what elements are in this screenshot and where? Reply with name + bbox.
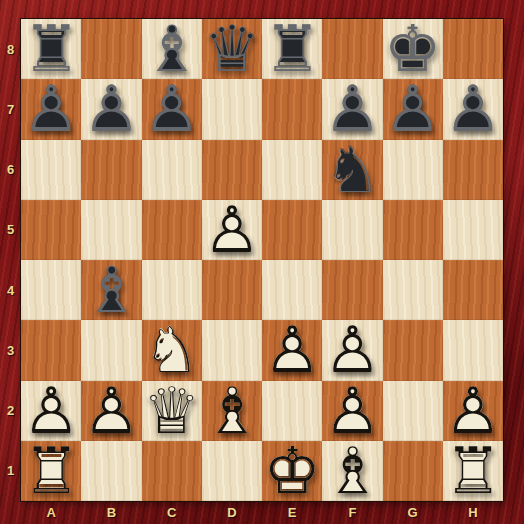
piece-outline-glyph: ♖ — [21, 441, 81, 501]
square-a4[interactable] — [21, 260, 81, 320]
square-d7[interactable] — [202, 79, 262, 139]
piece-outline-glyph: ♙ — [142, 79, 202, 139]
square-b1[interactable] — [81, 441, 141, 501]
piece-outline-glyph: ♘ — [322, 140, 382, 200]
piece-outline-glyph: ♖ — [262, 19, 322, 79]
square-e3[interactable]: ♟♙ — [262, 320, 322, 380]
piece-fill-glyph: ♝ — [81, 260, 141, 320]
piece-fill-glyph: ♟ — [262, 320, 322, 380]
piece-fill-glyph: ♚ — [262, 441, 322, 501]
square-c8[interactable]: ♝♗ — [142, 19, 202, 79]
square-g6[interactable] — [383, 140, 443, 200]
piece-outline-glyph: ♗ — [322, 441, 382, 501]
piece-fill-glyph: ♝ — [322, 441, 382, 501]
white-pawn-f2[interactable]: ♟♙ — [322, 381, 382, 441]
piece-outline-glyph: ♗ — [81, 260, 141, 320]
piece-outline-glyph: ♙ — [202, 200, 262, 260]
black-pawn-h7[interactable]: ♟♙ — [443, 79, 503, 139]
white-rook-a1[interactable]: ♜♖ — [21, 441, 81, 501]
piece-fill-glyph: ♟ — [322, 79, 382, 139]
black-rook-e8[interactable]: ♜♖ — [262, 19, 322, 79]
square-f4[interactable] — [322, 260, 382, 320]
piece-fill-glyph: ♟ — [21, 79, 81, 139]
square-a5[interactable] — [21, 200, 81, 260]
black-pawn-a7[interactable]: ♟♙ — [21, 79, 81, 139]
square-g1[interactable] — [383, 441, 443, 501]
square-f6[interactable]: ♞♘ — [322, 140, 382, 200]
square-e5[interactable] — [262, 200, 322, 260]
white-knight-c3[interactable]: ♞♘ — [142, 320, 202, 380]
white-pawn-b2[interactable]: ♟♙ — [81, 381, 141, 441]
piece-fill-glyph: ♛ — [202, 19, 262, 79]
rank-label-6: 6 — [0, 140, 21, 200]
square-d4[interactable] — [202, 260, 262, 320]
square-a8[interactable]: ♜♖ — [21, 19, 81, 79]
white-pawn-h2[interactable]: ♟♙ — [443, 381, 503, 441]
square-g8[interactable]: ♚♔ — [383, 19, 443, 79]
piece-fill-glyph: ♞ — [142, 320, 202, 380]
white-bishop-f1[interactable]: ♝♗ — [322, 441, 382, 501]
square-b4[interactable]: ♝♗ — [81, 260, 141, 320]
piece-outline-glyph: ♙ — [81, 381, 141, 441]
piece-fill-glyph: ♟ — [322, 381, 382, 441]
piece-fill-glyph: ♜ — [443, 441, 503, 501]
square-h8[interactable] — [443, 19, 503, 79]
square-d1[interactable] — [202, 441, 262, 501]
square-h1[interactable]: ♜♖ — [443, 441, 503, 501]
square-e1[interactable]: ♚♔ — [262, 441, 322, 501]
black-bishop-b4[interactable]: ♝♗ — [81, 260, 141, 320]
square-a6[interactable] — [21, 140, 81, 200]
square-b6[interactable] — [81, 140, 141, 200]
rank-label-7: 7 — [0, 79, 21, 139]
file-label-h: H — [443, 501, 503, 524]
square-b8[interactable] — [81, 19, 141, 79]
piece-outline-glyph: ♙ — [383, 79, 443, 139]
square-d6[interactable] — [202, 140, 262, 200]
black-pawn-g7[interactable]: ♟♙ — [383, 79, 443, 139]
piece-fill-glyph: ♜ — [21, 441, 81, 501]
file-label-c: C — [142, 501, 202, 524]
file-label-a: A — [21, 501, 81, 524]
piece-outline-glyph: ♖ — [21, 19, 81, 79]
square-e2[interactable] — [262, 381, 322, 441]
square-f8[interactable] — [322, 19, 382, 79]
square-b2[interactable]: ♟♙ — [81, 381, 141, 441]
piece-fill-glyph: ♟ — [81, 381, 141, 441]
square-f3[interactable]: ♟♙ — [322, 320, 382, 380]
square-b7[interactable]: ♟♙ — [81, 79, 141, 139]
piece-fill-glyph: ♟ — [142, 79, 202, 139]
square-e6[interactable] — [262, 140, 322, 200]
square-c6[interactable] — [142, 140, 202, 200]
square-c5[interactable] — [142, 200, 202, 260]
piece-fill-glyph: ♝ — [142, 19, 202, 79]
square-h3[interactable] — [443, 320, 503, 380]
piece-outline-glyph: ♘ — [142, 320, 202, 380]
piece-outline-glyph: ♙ — [81, 79, 141, 139]
black-pawn-f7[interactable]: ♟♙ — [322, 79, 382, 139]
square-d3[interactable] — [202, 320, 262, 380]
file-label-e: E — [262, 501, 322, 524]
piece-fill-glyph: ♟ — [81, 79, 141, 139]
black-pawn-c7[interactable]: ♟♙ — [142, 79, 202, 139]
square-f1[interactable]: ♝♗ — [322, 441, 382, 501]
square-g5[interactable] — [383, 200, 443, 260]
rank-label-5: 5 — [0, 200, 21, 260]
square-a3[interactable] — [21, 320, 81, 380]
piece-fill-glyph: ♜ — [262, 19, 322, 79]
piece-fill-glyph: ♞ — [322, 140, 382, 200]
black-knight-f6[interactable]: ♞♘ — [322, 140, 382, 200]
square-c4[interactable] — [142, 260, 202, 320]
square-g3[interactable] — [383, 320, 443, 380]
piece-outline-glyph: ♙ — [21, 381, 81, 441]
white-king-e1[interactable]: ♚♔ — [262, 441, 322, 501]
white-pawn-e3[interactable]: ♟♙ — [262, 320, 322, 380]
piece-outline-glyph: ♕ — [202, 19, 262, 79]
piece-fill-glyph: ♟ — [443, 381, 503, 441]
piece-fill-glyph: ♟ — [202, 200, 262, 260]
square-e7[interactable] — [262, 79, 322, 139]
piece-fill-glyph: ♚ — [383, 19, 443, 79]
square-a1[interactable]: ♜♖ — [21, 441, 81, 501]
white-pawn-f3[interactable]: ♟♙ — [322, 320, 382, 380]
square-c1[interactable] — [142, 441, 202, 501]
black-queen-d8[interactable]: ♛♕ — [202, 19, 262, 79]
black-pawn-b7[interactable]: ♟♙ — [81, 79, 141, 139]
piece-outline-glyph: ♔ — [383, 19, 443, 79]
square-a7[interactable]: ♟♙ — [21, 79, 81, 139]
rank-label-2: 2 — [0, 381, 21, 441]
file-label-g: G — [383, 501, 443, 524]
piece-outline-glyph: ♙ — [322, 79, 382, 139]
square-h5[interactable] — [443, 200, 503, 260]
piece-fill-glyph: ♟ — [21, 381, 81, 441]
square-g7[interactable]: ♟♙ — [383, 79, 443, 139]
piece-fill-glyph: ♜ — [21, 19, 81, 79]
square-d2[interactable]: ♝♗ — [202, 381, 262, 441]
rank-label-1: 1 — [0, 441, 21, 501]
piece-outline-glyph: ♙ — [262, 320, 322, 380]
square-f2[interactable]: ♟♙ — [322, 381, 382, 441]
square-e8[interactable]: ♜♖ — [262, 19, 322, 79]
piece-outline-glyph: ♙ — [322, 381, 382, 441]
piece-outline-glyph: ♙ — [21, 79, 81, 139]
square-g4[interactable] — [383, 260, 443, 320]
piece-outline-glyph: ♙ — [322, 320, 382, 380]
file-labels: ABCDEFGH — [21, 501, 503, 524]
piece-outline-glyph: ♙ — [443, 79, 503, 139]
piece-fill-glyph: ♛ — [142, 381, 202, 441]
piece-fill-glyph: ♟ — [322, 320, 382, 380]
chess-diagram: ♜♖♝♗♛♕♜♖♚♔♟♙♟♙♟♙♟♙♟♙♟♙♞♘♟♙♝♗♞♘♟♙♟♙♟♙♟♙♛♕… — [0, 0, 524, 524]
piece-outline-glyph: ♗ — [202, 381, 262, 441]
rank-label-3: 3 — [0, 320, 21, 380]
square-h7[interactable]: ♟♙ — [443, 79, 503, 139]
file-label-d: D — [202, 501, 262, 524]
square-h2[interactable]: ♟♙ — [443, 381, 503, 441]
piece-outline-glyph: ♙ — [443, 381, 503, 441]
black-rook-a8[interactable]: ♜♖ — [21, 19, 81, 79]
square-f5[interactable] — [322, 200, 382, 260]
white-queen-c2[interactable]: ♛♕ — [142, 381, 202, 441]
board: ♜♖♝♗♛♕♜♖♚♔♟♙♟♙♟♙♟♙♟♙♟♙♞♘♟♙♝♗♞♘♟♙♟♙♟♙♟♙♛♕… — [21, 19, 503, 501]
piece-outline-glyph: ♗ — [142, 19, 202, 79]
piece-fill-glyph: ♟ — [383, 79, 443, 139]
square-c7[interactable]: ♟♙ — [142, 79, 202, 139]
square-b3[interactable] — [81, 320, 141, 380]
piece-outline-glyph: ♖ — [443, 441, 503, 501]
square-b5[interactable] — [81, 200, 141, 260]
piece-fill-glyph: ♟ — [443, 79, 503, 139]
square-d8[interactable]: ♛♕ — [202, 19, 262, 79]
square-h6[interactable] — [443, 140, 503, 200]
file-label-f: F — [322, 501, 382, 524]
piece-outline-glyph: ♕ — [142, 381, 202, 441]
square-a2[interactable]: ♟♙ — [21, 381, 81, 441]
square-d5[interactable]: ♟♙ — [202, 200, 262, 260]
piece-fill-glyph: ♝ — [202, 381, 262, 441]
square-h4[interactable] — [443, 260, 503, 320]
square-c2[interactable]: ♛♕ — [142, 381, 202, 441]
white-rook-h1[interactable]: ♜♖ — [443, 441, 503, 501]
file-label-b: B — [81, 501, 141, 524]
white-bishop-d2[interactable]: ♝♗ — [202, 381, 262, 441]
piece-outline-glyph: ♔ — [262, 441, 322, 501]
white-pawn-a2[interactable]: ♟♙ — [21, 381, 81, 441]
black-bishop-c8[interactable]: ♝♗ — [142, 19, 202, 79]
square-e4[interactable] — [262, 260, 322, 320]
white-pawn-d5[interactable]: ♟♙ — [202, 200, 262, 260]
square-c3[interactable]: ♞♘ — [142, 320, 202, 380]
rank-label-4: 4 — [0, 260, 21, 320]
rank-labels: 87654321 — [0, 19, 21, 501]
square-g2[interactable] — [383, 381, 443, 441]
square-f7[interactable]: ♟♙ — [322, 79, 382, 139]
rank-label-8: 8 — [0, 19, 21, 79]
black-king-g8[interactable]: ♚♔ — [383, 19, 443, 79]
